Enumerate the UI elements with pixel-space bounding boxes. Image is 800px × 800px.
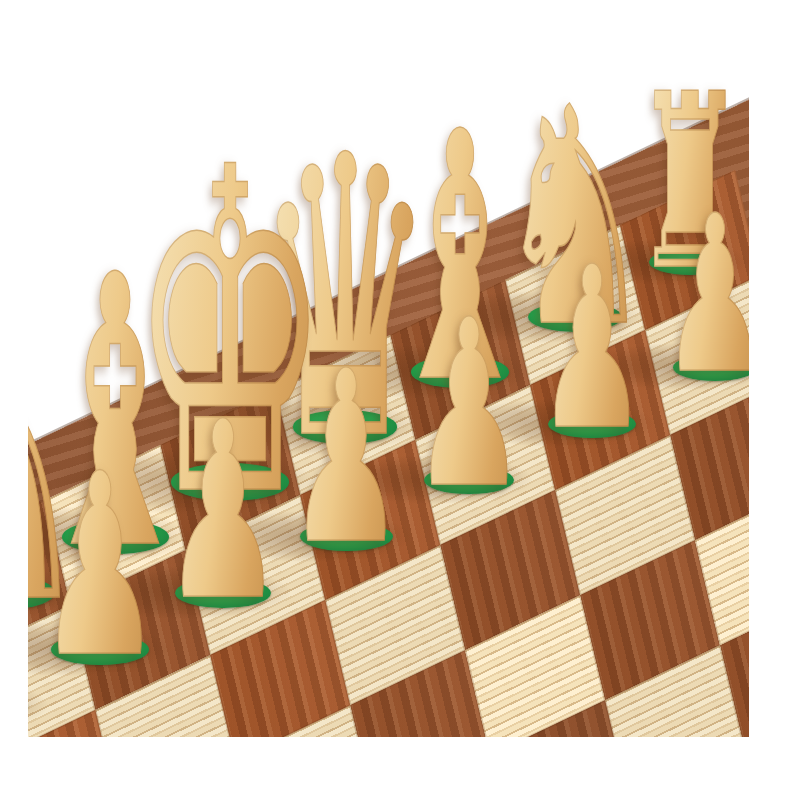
board-grid: [28, 170, 749, 737]
photo-area: ♜♞♝♛♚♝♞♜♟♟♟♟♟♟♟♟♟: [28, 0, 749, 737]
chess-set-product-photo: ♜♞♝♛♚♝♞♜♟♟♟♟♟♟♟♟♟: [0, 0, 800, 800]
chessboard: [28, 83, 749, 737]
